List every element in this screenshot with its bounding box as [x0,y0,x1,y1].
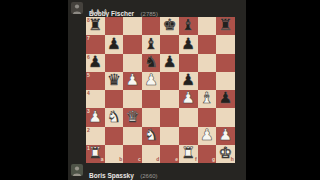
piece-black-pawn[interactable]: ♟ [219,91,233,107]
piece-white-bishop[interactable]: ♝ [200,91,214,107]
piece-white-knight[interactable]: ♞ [107,110,121,126]
square-h2[interactable]: ♟ [216,127,235,145]
square-c7[interactable] [123,35,142,53]
square-f8[interactable]: ♝ [179,17,198,35]
square-f5[interactable]: ♟ [179,72,198,90]
square-f2[interactable] [179,127,198,145]
square-a7[interactable]: 7 [86,35,105,53]
piece-white-pawn[interactable]: ♟ [200,128,214,144]
square-e6[interactable]: ♟ [160,54,179,72]
top-player-captured-pieces: ♟♟ ♝ [89,9,108,16]
piece-white-rook[interactable]: ♜ [88,146,102,162]
square-d1[interactable]: d [142,145,161,163]
rank-label-5: 5 [87,73,90,78]
square-e1[interactable]: e [160,145,179,163]
piece-black-pawn[interactable]: ♟ [163,55,177,71]
square-h4[interactable]: ♟ [216,90,235,108]
rank-label-2: 2 [87,128,90,133]
square-e7[interactable] [160,35,179,53]
square-a4[interactable]: 4 [86,90,105,108]
piece-black-rook[interactable]: ♜ [219,18,233,34]
square-h3[interactable] [216,108,235,126]
square-d3[interactable] [142,108,161,126]
square-c2[interactable] [123,127,142,145]
letterbox-right [246,0,320,180]
square-b3[interactable]: ♞ [105,108,124,126]
square-b6[interactable] [105,54,124,72]
piece-white-pawn[interactable]: ♟ [219,128,233,144]
person-icon [71,164,83,176]
piece-black-pawn[interactable]: ♟ [181,73,195,89]
file-label-g: g [212,157,215,162]
rank-label-4: 4 [87,91,90,96]
square-d6[interactable]: ♞ [142,54,161,72]
square-d8[interactable] [142,17,161,35]
file-label-b: b [119,157,122,162]
file-label-e: e [175,157,178,162]
chess-app: Bobby Fischer (2785) ♟♟ ♝ 8♜♚♝♜7♟♝♟6♟♞♟5… [68,0,246,180]
square-e4[interactable] [160,90,179,108]
piece-black-king[interactable]: ♚ [163,18,177,34]
piece-white-king[interactable]: ♚ [219,146,233,162]
square-f6[interactable] [179,54,198,72]
letterbox-left [0,0,68,180]
square-d4[interactable] [142,90,161,108]
square-c1[interactable]: c [123,145,142,163]
piece-black-bishop[interactable]: ♝ [181,18,195,34]
square-c4[interactable] [123,90,142,108]
file-label-c: c [138,157,141,162]
bottom-player-avatar[interactable] [71,164,83,176]
square-h5[interactable] [216,72,235,90]
square-a8[interactable]: 8♜ [86,17,105,35]
square-h7[interactable] [216,35,235,53]
square-g7[interactable] [198,35,217,53]
square-c6[interactable] [123,54,142,72]
square-e8[interactable]: ♚ [160,17,179,35]
square-b4[interactable] [105,90,124,108]
square-g1[interactable]: g [198,145,217,163]
square-c5[interactable]: ♟ [123,72,142,90]
piece-black-pawn[interactable]: ♟ [181,37,195,53]
square-g8[interactable] [198,17,217,35]
square-g6[interactable] [198,54,217,72]
piece-white-knight[interactable]: ♞ [144,128,158,144]
square-e3[interactable] [160,108,179,126]
square-d7[interactable]: ♝ [142,35,161,53]
square-c3[interactable]: ♛ [123,108,142,126]
piece-white-pawn[interactable]: ♟ [126,73,140,89]
piece-black-pawn[interactable]: ♟ [88,55,102,71]
square-e5[interactable] [160,72,179,90]
square-a6[interactable]: 6♟ [86,54,105,72]
piece-black-pawn[interactable]: ♟ [107,37,121,53]
square-g4[interactable]: ♝ [198,90,217,108]
square-f3[interactable] [179,108,198,126]
square-a1[interactable]: 1a♜ [86,145,105,163]
piece-black-queen[interactable]: ♛ [107,73,121,89]
bottom-player-name[interactable]: Boris Spassky [89,172,134,179]
square-d5[interactable]: ♟ [142,72,161,90]
piece-white-pawn[interactable]: ♟ [144,73,158,89]
square-h1[interactable]: h♚ [216,145,235,163]
square-g2[interactable]: ♟ [198,127,217,145]
piece-black-bishop[interactable]: ♝ [144,37,158,53]
square-b7[interactable]: ♟ [105,35,124,53]
square-g5[interactable] [198,72,217,90]
square-a5[interactable]: 5 [86,72,105,90]
person-icon [71,2,83,14]
square-f7[interactable]: ♟ [179,35,198,53]
square-c8[interactable] [123,17,142,35]
file-label-d: d [156,157,159,162]
square-b8[interactable] [105,17,124,35]
square-g3[interactable] [198,108,217,126]
piece-white-pawn[interactable]: ♟ [181,91,195,107]
square-d2[interactable]: ♞ [142,127,161,145]
piece-black-knight[interactable]: ♞ [144,55,158,71]
square-f1[interactable]: f♜ [179,145,198,163]
piece-white-queen[interactable]: ♛ [126,110,140,126]
top-player-avatar[interactable] [71,2,83,14]
chess-board[interactable]: 8♜♚♝♜7♟♝♟6♟♞♟5♛♟♟♟4♟♝♟3♟♞♛2♞♟♟1a♜bcdef♜g… [86,17,235,163]
piece-white-pawn[interactable]: ♟ [88,110,102,126]
square-a3[interactable]: 3♟ [86,108,105,126]
square-h8[interactable]: ♜ [216,17,235,35]
square-b1[interactable]: b [105,145,124,163]
piece-black-rook[interactable]: ♜ [88,18,102,34]
piece-white-rook[interactable]: ♜ [181,146,195,162]
square-b5[interactable]: ♛ [105,72,124,90]
bottom-player-rating: (2660) [140,173,157,179]
square-h6[interactable] [216,54,235,72]
square-e2[interactable] [160,127,179,145]
square-f4[interactable]: ♟ [179,90,198,108]
square-a2[interactable]: 2 [86,127,105,145]
square-b2[interactable] [105,127,124,145]
rank-label-7: 7 [87,36,90,41]
